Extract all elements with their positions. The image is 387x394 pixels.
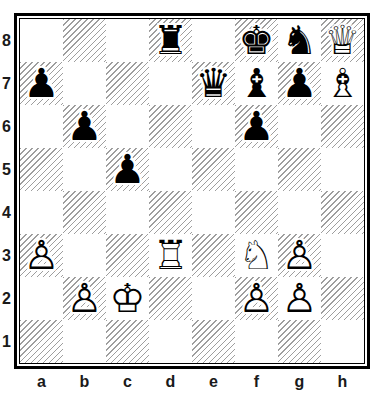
square-e7[interactable]: ♛ <box>192 62 235 105</box>
square-c6[interactable] <box>106 105 149 148</box>
square-b7[interactable] <box>63 62 106 105</box>
file-label-g: g <box>278 372 321 392</box>
square-g2[interactable]: ♙ <box>278 277 321 320</box>
piece-white-bishop: ♗ <box>325 62 361 105</box>
square-d7[interactable] <box>149 62 192 105</box>
rank-label-1: 1 <box>0 320 13 363</box>
square-d2[interactable] <box>149 277 192 320</box>
file-label-e: e <box>192 372 235 392</box>
chess-board: ♜♚♞♕♟♛♝♟♗♟♟♟♙♖♘♙♙♔♙♙ <box>19 18 365 364</box>
piece-white-pawn: ♙ <box>67 277 103 320</box>
square-h5[interactable] <box>321 148 364 191</box>
square-e8[interactable] <box>192 19 235 62</box>
rank-label-4: 4 <box>0 191 13 234</box>
square-b6[interactable]: ♟ <box>63 105 106 148</box>
square-a4[interactable] <box>20 191 63 234</box>
square-c4[interactable] <box>106 191 149 234</box>
piece-black-knight: ♞ <box>282 19 318 62</box>
square-b1[interactable] <box>63 320 106 363</box>
square-f4[interactable] <box>235 191 278 234</box>
square-c2[interactable]: ♔ <box>106 277 149 320</box>
square-b8[interactable] <box>63 19 106 62</box>
square-a6[interactable] <box>20 105 63 148</box>
square-f6[interactable]: ♟ <box>235 105 278 148</box>
square-c7[interactable] <box>106 62 149 105</box>
square-a7[interactable]: ♟ <box>20 62 63 105</box>
piece-black-pawn: ♟ <box>24 62 60 105</box>
square-g5[interactable] <box>278 148 321 191</box>
piece-black-king: ♚ <box>239 19 275 62</box>
file-label-a: a <box>20 372 63 392</box>
square-f7[interactable]: ♝ <box>235 62 278 105</box>
square-e3[interactable] <box>192 234 235 277</box>
square-h6[interactable] <box>321 105 364 148</box>
file-label-d: d <box>149 372 192 392</box>
piece-black-pawn: ♟ <box>239 105 275 148</box>
square-g3[interactable]: ♙ <box>278 234 321 277</box>
piece-white-pawn: ♙ <box>282 277 318 320</box>
square-a2[interactable] <box>20 277 63 320</box>
square-a8[interactable] <box>20 19 63 62</box>
square-b2[interactable]: ♙ <box>63 277 106 320</box>
square-a1[interactable] <box>20 320 63 363</box>
square-d6[interactable] <box>149 105 192 148</box>
square-c3[interactable] <box>106 234 149 277</box>
piece-white-pawn: ♙ <box>24 234 60 277</box>
square-d8[interactable]: ♜ <box>149 19 192 62</box>
rank-label-5: 5 <box>0 148 13 191</box>
piece-white-pawn: ♙ <box>239 277 275 320</box>
square-f1[interactable] <box>235 320 278 363</box>
square-e1[interactable] <box>192 320 235 363</box>
chess-diagram: 87654321 ♜♚♞♕♟♛♝♟♗♟♟♟♙♖♘♙♙♔♙♙ abcdefgh <box>0 0 387 394</box>
board-frame: ♜♚♞♕♟♛♝♟♗♟♟♟♙♖♘♙♙♔♙♙ <box>14 13 370 369</box>
square-h1[interactable] <box>321 320 364 363</box>
square-c1[interactable] <box>106 320 149 363</box>
piece-black-pawn: ♟ <box>110 148 146 191</box>
square-g7[interactable]: ♟ <box>278 62 321 105</box>
square-g6[interactable] <box>278 105 321 148</box>
square-e6[interactable] <box>192 105 235 148</box>
square-b3[interactable] <box>63 234 106 277</box>
square-b5[interactable] <box>63 148 106 191</box>
file-label-h: h <box>321 372 364 392</box>
square-d4[interactable] <box>149 191 192 234</box>
piece-white-rook: ♖ <box>153 234 189 277</box>
square-e4[interactable] <box>192 191 235 234</box>
file-label-f: f <box>235 372 278 392</box>
piece-black-pawn: ♟ <box>67 105 103 148</box>
file-label-b: b <box>63 372 106 392</box>
square-b4[interactable] <box>63 191 106 234</box>
square-c8[interactable] <box>106 19 149 62</box>
rank-label-8: 8 <box>0 19 13 62</box>
square-h8[interactable]: ♕ <box>321 19 364 62</box>
square-d5[interactable] <box>149 148 192 191</box>
square-f8[interactable]: ♚ <box>235 19 278 62</box>
square-h4[interactable] <box>321 191 364 234</box>
piece-black-pawn: ♟ <box>282 62 318 105</box>
piece-black-queen: ♛ <box>196 62 232 105</box>
square-g1[interactable] <box>278 320 321 363</box>
square-h3[interactable] <box>321 234 364 277</box>
square-d1[interactable] <box>149 320 192 363</box>
rank-label-6: 6 <box>0 105 13 148</box>
square-h7[interactable]: ♗ <box>321 62 364 105</box>
square-e2[interactable] <box>192 277 235 320</box>
square-c5[interactable]: ♟ <box>106 148 149 191</box>
piece-white-king: ♔ <box>110 277 146 320</box>
square-h2[interactable] <box>321 277 364 320</box>
square-d3[interactable]: ♖ <box>149 234 192 277</box>
piece-white-pawn: ♙ <box>282 234 318 277</box>
file-label-c: c <box>106 372 149 392</box>
square-g4[interactable] <box>278 191 321 234</box>
rank-label-2: 2 <box>0 277 13 320</box>
square-f5[interactable] <box>235 148 278 191</box>
rank-label-7: 7 <box>0 62 13 105</box>
piece-white-knight: ♘ <box>239 234 275 277</box>
square-f3[interactable]: ♘ <box>235 234 278 277</box>
square-a5[interactable] <box>20 148 63 191</box>
piece-white-queen: ♕ <box>325 19 361 62</box>
rank-label-3: 3 <box>0 234 13 277</box>
square-f2[interactable]: ♙ <box>235 277 278 320</box>
piece-black-rook: ♜ <box>153 19 189 62</box>
square-a3[interactable]: ♙ <box>20 234 63 277</box>
piece-black-bishop: ♝ <box>239 62 275 105</box>
square-e5[interactable] <box>192 148 235 191</box>
square-g8[interactable]: ♞ <box>278 19 321 62</box>
